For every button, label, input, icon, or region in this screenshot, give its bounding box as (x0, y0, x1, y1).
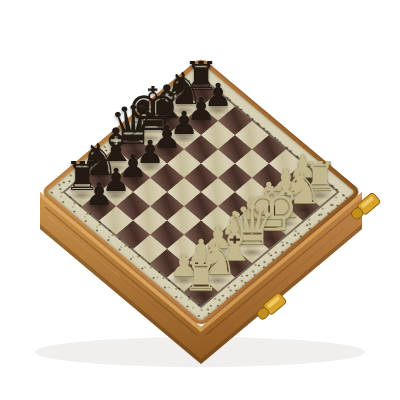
chess-set-photo: ♜♞♝♛♚♝♞♜♟♟♟♟♟♟♟♟♟♟♟♟♟♟♟♟♜♞♝♛♚♝♞♜ (0, 0, 400, 400)
